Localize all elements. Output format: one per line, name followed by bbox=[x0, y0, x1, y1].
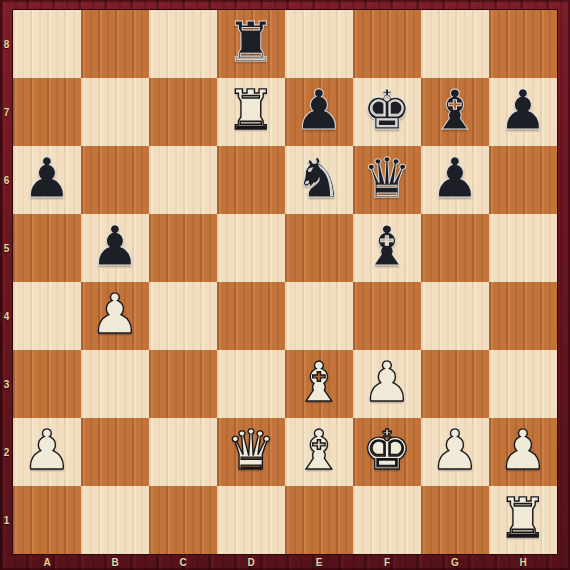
piece-white-rook[interactable]: ♜ bbox=[498, 491, 547, 546]
piece-white-pawn[interactable]: ♟ bbox=[362, 355, 411, 410]
square-h6[interactable] bbox=[489, 146, 557, 214]
board: ♜♜♟♚♝♟♟♞♛♟♟♝♟♝♟♟♛♝♚♟♟♜ bbox=[13, 10, 557, 554]
square-a3[interactable] bbox=[13, 350, 81, 418]
square-a5[interactable] bbox=[13, 214, 81, 282]
square-g3[interactable] bbox=[421, 350, 489, 418]
piece-black-bishop[interactable]: ♝ bbox=[430, 83, 479, 138]
square-g6[interactable]: ♟ bbox=[421, 146, 489, 214]
file-label-e: E bbox=[285, 554, 353, 570]
square-d8[interactable]: ♜ bbox=[217, 10, 285, 78]
square-c5[interactable] bbox=[149, 214, 217, 282]
rank-labels: 8 7 6 5 4 3 2 1 bbox=[0, 10, 13, 554]
square-d5[interactable] bbox=[217, 214, 285, 282]
square-h1[interactable]: ♜ bbox=[489, 486, 557, 554]
file-label-b: B bbox=[81, 554, 149, 570]
file-labels: A B C D E F G H bbox=[13, 554, 557, 570]
square-d7[interactable]: ♜ bbox=[217, 78, 285, 146]
square-c3[interactable] bbox=[149, 350, 217, 418]
piece-black-pawn[interactable]: ♟ bbox=[498, 83, 547, 138]
square-g4[interactable] bbox=[421, 282, 489, 350]
square-d4[interactable] bbox=[217, 282, 285, 350]
file-label-a: A bbox=[13, 554, 81, 570]
piece-black-queen[interactable]: ♛ bbox=[362, 151, 411, 206]
piece-white-king[interactable]: ♚ bbox=[362, 423, 411, 478]
piece-white-bishop[interactable]: ♝ bbox=[294, 355, 343, 410]
board-frame: 8 7 6 5 4 3 2 1 ♜♜♟♚♝♟♟♞♛♟♟♝♟♝♟♟♛♝♚♟♟♜ A… bbox=[0, 0, 570, 570]
rank-label-6: 6 bbox=[0, 146, 13, 214]
piece-black-rook[interactable]: ♜ bbox=[226, 15, 275, 70]
piece-black-bishop[interactable]: ♝ bbox=[362, 219, 411, 274]
square-b2[interactable] bbox=[81, 418, 149, 486]
file-label-c: C bbox=[149, 554, 217, 570]
square-e6[interactable]: ♞ bbox=[285, 146, 353, 214]
square-c2[interactable] bbox=[149, 418, 217, 486]
square-b3[interactable] bbox=[81, 350, 149, 418]
square-f1[interactable] bbox=[353, 486, 421, 554]
square-h3[interactable] bbox=[489, 350, 557, 418]
piece-white-pawn[interactable]: ♟ bbox=[90, 287, 139, 342]
square-e3[interactable]: ♝ bbox=[285, 350, 353, 418]
square-e1[interactable] bbox=[285, 486, 353, 554]
square-d6[interactable] bbox=[217, 146, 285, 214]
square-d1[interactable] bbox=[217, 486, 285, 554]
square-e4[interactable] bbox=[285, 282, 353, 350]
square-g1[interactable] bbox=[421, 486, 489, 554]
square-e2[interactable]: ♝ bbox=[285, 418, 353, 486]
piece-white-pawn[interactable]: ♟ bbox=[22, 423, 71, 478]
rank-label-4: 4 bbox=[0, 282, 13, 350]
piece-white-queen[interactable]: ♛ bbox=[226, 423, 275, 478]
piece-white-rook[interactable]: ♜ bbox=[226, 83, 275, 138]
square-h5[interactable] bbox=[489, 214, 557, 282]
square-e5[interactable] bbox=[285, 214, 353, 282]
square-c6[interactable] bbox=[149, 146, 217, 214]
file-label-g: G bbox=[421, 554, 489, 570]
square-f3[interactable]: ♟ bbox=[353, 350, 421, 418]
square-d3[interactable] bbox=[217, 350, 285, 418]
square-b7[interactable] bbox=[81, 78, 149, 146]
piece-black-pawn[interactable]: ♟ bbox=[294, 83, 343, 138]
square-f4[interactable] bbox=[353, 282, 421, 350]
square-a1[interactable] bbox=[13, 486, 81, 554]
piece-white-bishop[interactable]: ♝ bbox=[294, 423, 343, 478]
square-a8[interactable] bbox=[13, 10, 81, 78]
rank-label-1: 1 bbox=[0, 486, 13, 554]
square-a4[interactable] bbox=[13, 282, 81, 350]
rank-label-2: 2 bbox=[0, 418, 13, 486]
square-h4[interactable] bbox=[489, 282, 557, 350]
square-a7[interactable] bbox=[13, 78, 81, 146]
square-b1[interactable] bbox=[81, 486, 149, 554]
square-d2[interactable]: ♛ bbox=[217, 418, 285, 486]
square-b5[interactable]: ♟ bbox=[81, 214, 149, 282]
square-c8[interactable] bbox=[149, 10, 217, 78]
square-f2[interactable]: ♚ bbox=[353, 418, 421, 486]
square-g2[interactable]: ♟ bbox=[421, 418, 489, 486]
piece-black-king[interactable]: ♚ bbox=[362, 83, 411, 138]
square-h2[interactable]: ♟ bbox=[489, 418, 557, 486]
rank-label-5: 5 bbox=[0, 214, 13, 282]
square-e7[interactable]: ♟ bbox=[285, 78, 353, 146]
rank-label-8: 8 bbox=[0, 10, 13, 78]
square-c4[interactable] bbox=[149, 282, 217, 350]
square-a2[interactable]: ♟ bbox=[13, 418, 81, 486]
file-label-d: D bbox=[217, 554, 285, 570]
square-b6[interactable] bbox=[81, 146, 149, 214]
square-e8[interactable] bbox=[285, 10, 353, 78]
square-h7[interactable]: ♟ bbox=[489, 78, 557, 146]
square-h8[interactable] bbox=[489, 10, 557, 78]
rank-label-7: 7 bbox=[0, 78, 13, 146]
square-c1[interactable] bbox=[149, 486, 217, 554]
piece-white-pawn[interactable]: ♟ bbox=[498, 423, 547, 478]
piece-black-knight[interactable]: ♞ bbox=[294, 151, 343, 206]
file-label-f: F bbox=[353, 554, 421, 570]
square-f7[interactable]: ♚ bbox=[353, 78, 421, 146]
square-g5[interactable] bbox=[421, 214, 489, 282]
square-g8[interactable] bbox=[421, 10, 489, 78]
file-label-h: H bbox=[489, 554, 557, 570]
rank-label-3: 3 bbox=[0, 350, 13, 418]
square-c7[interactable] bbox=[149, 78, 217, 146]
square-a6[interactable]: ♟ bbox=[13, 146, 81, 214]
square-f8[interactable] bbox=[353, 10, 421, 78]
piece-white-pawn[interactable]: ♟ bbox=[430, 423, 479, 478]
piece-black-pawn[interactable]: ♟ bbox=[22, 151, 71, 206]
square-g7[interactable]: ♝ bbox=[421, 78, 489, 146]
square-b4[interactable]: ♟ bbox=[81, 282, 149, 350]
piece-black-pawn[interactable]: ♟ bbox=[90, 219, 139, 274]
square-b8[interactable] bbox=[81, 10, 149, 78]
square-f5[interactable]: ♝ bbox=[353, 214, 421, 282]
piece-black-pawn[interactable]: ♟ bbox=[430, 151, 479, 206]
square-f6[interactable]: ♛ bbox=[353, 146, 421, 214]
